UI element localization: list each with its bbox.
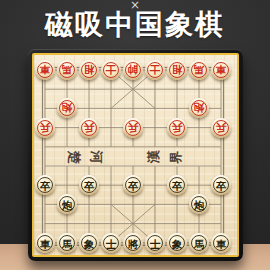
page-title: 磁吸中国象棋 [0, 9, 270, 41]
xiangqi-piece-black[interactable]: 車 [35, 233, 55, 253]
board-trim: 楚河 漢界 車馬相士帥士相馬車炮炮兵兵兵兵兵卒卒卒卒卒炮炮車馬象士將士象馬車 [32, 53, 239, 257]
xiangqi-piece-red[interactable]: 馬 [57, 60, 77, 80]
pieces-layer: 車馬相士帥士相馬車炮炮兵兵兵兵兵卒卒卒卒卒炮炮車馬象士將士象馬車 [34, 55, 237, 255]
xiangqi-piece-black[interactable]: 卒 [167, 175, 187, 195]
xiangqi-piece-black[interactable]: 馬 [189, 233, 209, 253]
xiangqi-piece-black[interactable]: 卒 [79, 175, 99, 195]
xiangqi-piece-red[interactable]: 車 [35, 60, 55, 80]
xiangqi-piece-red[interactable]: 兵 [35, 118, 55, 138]
xiangqi-piece-red[interactable]: 炮 [189, 98, 209, 118]
xiangqi-piece-red[interactable]: 帥 [123, 60, 143, 80]
xiangqi-piece-black[interactable]: 象 [167, 233, 187, 253]
xiangqi-piece-black[interactable]: 馬 [57, 233, 77, 253]
xiangqi-piece-red[interactable]: 相 [79, 60, 99, 80]
xiangqi-piece-black[interactable]: 士 [145, 233, 165, 253]
xiangqi-piece-black[interactable]: 卒 [35, 175, 55, 195]
xiangqi-piece-black[interactable]: 士 [101, 233, 121, 253]
xiangqi-piece-black[interactable]: 將 [123, 233, 143, 253]
xiangqi-board[interactable]: 楚河 漢界 車馬相士帥士相馬車炮炮兵兵兵兵兵卒卒卒卒卒炮炮車馬象士將士象馬車 [34, 55, 237, 255]
xiangqi-piece-red[interactable]: 士 [101, 60, 121, 80]
xiangqi-piece-black[interactable]: 卒 [211, 175, 231, 195]
xiangqi-piece-black[interactable]: 炮 [57, 194, 77, 214]
xiangqi-piece-black[interactable]: 炮 [189, 194, 209, 214]
board-frame: 楚河 漢界 車馬相士帥士相馬車炮炮兵兵兵兵兵卒卒卒卒卒炮炮車馬象士將士象馬車 [28, 49, 243, 261]
xiangqi-piece-red[interactable]: 士 [145, 60, 165, 80]
xiangqi-piece-black[interactable]: 卒 [123, 175, 143, 195]
xiangqi-piece-red[interactable]: 兵 [167, 118, 187, 138]
xiangqi-piece-red[interactable]: 相 [167, 60, 187, 80]
product-photo: × 磁吸中国象棋 楚河 漢界 車馬相士帥士相馬車炮炮兵兵兵兵兵卒卒卒卒卒炮炮車馬… [0, 0, 270, 270]
xiangqi-piece-red[interactable]: 馬 [189, 60, 209, 80]
xiangqi-piece-red[interactable]: 炮 [57, 98, 77, 118]
xiangqi-piece-red[interactable]: 兵 [79, 118, 99, 138]
xiangqi-piece-red[interactable]: 車 [211, 60, 231, 80]
xiangqi-piece-red[interactable]: 兵 [211, 118, 231, 138]
xiangqi-piece-black[interactable]: 車 [211, 233, 231, 253]
xiangqi-piece-red[interactable]: 兵 [123, 118, 143, 138]
xiangqi-piece-black[interactable]: 象 [79, 233, 99, 253]
